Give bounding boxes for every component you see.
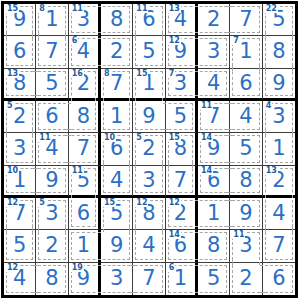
cell-r1c7[interactable]: 2 xyxy=(198,4,230,36)
cell-r9c5[interactable]: 7 xyxy=(133,263,165,295)
cage-sum-label: 11 xyxy=(71,4,84,13)
cell-r2c5[interactable]: 5 xyxy=(133,36,165,68)
cell-r2c4[interactable]: 2 xyxy=(101,36,133,68)
cage-sum-label: 13 xyxy=(265,166,278,175)
cell-digit: 7 xyxy=(174,170,187,191)
cell-digit: 1 xyxy=(174,268,187,289)
cell-r4c5[interactable]: 9 xyxy=(133,101,165,133)
cell-digit: 5 xyxy=(239,138,252,159)
cell-r2c7[interactable]: 3 xyxy=(198,36,230,68)
cell-digit: 3 xyxy=(142,170,155,191)
cell-r5c4[interactable]: 106 xyxy=(101,133,133,165)
cage-sum-label: 22 xyxy=(265,4,278,13)
cell-r7c7[interactable]: 1 xyxy=(198,198,230,230)
cell-r2c6[interactable]: 129 xyxy=(166,36,198,68)
cage-sum-label: 7 xyxy=(168,69,176,78)
cage-sum-label: 11 xyxy=(232,230,245,239)
cell-digit: 3 xyxy=(13,138,26,159)
cell-digit: 7 xyxy=(239,9,252,30)
cell-r6c5[interactable]: 3 xyxy=(133,166,165,198)
cell-digit: 4 xyxy=(77,41,90,62)
cell-digit: 2 xyxy=(142,138,155,159)
cell-digit: 7 xyxy=(77,138,90,159)
cell-r6c7[interactable]: 146 xyxy=(198,166,230,198)
cell-digit: 8 xyxy=(272,41,285,62)
cell-r3c5[interactable]: 151 xyxy=(133,69,165,101)
cage-sum-label: 4 xyxy=(265,101,273,110)
cell-r3c7[interactable]: 4 xyxy=(198,69,230,101)
cell-digit: 9 xyxy=(142,106,155,127)
cell-r3c8[interactable]: 6 xyxy=(230,69,262,101)
cell-digit: 5 xyxy=(45,73,58,94)
killer-sudoku-board: 1598111381161342722567642512937181385162… xyxy=(1,1,298,298)
cell-digit: 1 xyxy=(207,203,220,224)
cell-r7c9[interactable]: 4 xyxy=(263,198,295,230)
cell-digit: 9 xyxy=(272,73,285,94)
cell-r8c4[interactable]: 9 xyxy=(101,230,133,262)
cell-r4c3[interactable]: 8 xyxy=(69,101,101,133)
cell-r2c9[interactable]: 8 xyxy=(263,36,295,68)
cage-sum-label: 12 xyxy=(6,198,19,207)
cell-r2c8[interactable]: 71 xyxy=(230,36,262,68)
cage-sum-label: 6 xyxy=(71,36,79,45)
cage-sum-label: 15 xyxy=(168,133,181,142)
cage-sum-label: 13 xyxy=(6,69,19,78)
cell-r7c5[interactable]: 128 xyxy=(133,198,165,230)
cell-r7c8[interactable]: 9 xyxy=(230,198,262,230)
cell-r7c3[interactable]: 6 xyxy=(69,198,101,230)
cage-sum-label: 15 xyxy=(6,4,19,13)
cell-r9c2[interactable]: 8 xyxy=(36,263,68,295)
cell-r6c3[interactable]: 115 xyxy=(69,166,101,198)
cell-digit: 8 xyxy=(239,170,252,191)
cell-r8c9[interactable]: 7 xyxy=(263,230,295,262)
cell-r4c9[interactable]: 43 xyxy=(263,101,295,133)
cage-sum-label: 5 xyxy=(135,133,143,142)
cell-r3c9[interactable]: 9 xyxy=(263,69,295,101)
cell-digit: 8 xyxy=(45,268,58,289)
cell-r7c1[interactable]: 127 xyxy=(4,198,36,230)
cell-r9c3[interactable]: 199 xyxy=(69,263,101,295)
cage-sum-label: 11 xyxy=(135,4,148,13)
cell-digit: 2 xyxy=(239,268,252,289)
cell-r2c1[interactable]: 6 xyxy=(4,36,36,68)
cell-digit: 6 xyxy=(272,268,285,289)
cell-digit: 4 xyxy=(142,235,155,256)
cell-r5c7[interactable]: 149 xyxy=(198,133,230,165)
cell-digit: 1 xyxy=(45,9,58,30)
cell-r1c2[interactable]: 81 xyxy=(36,4,68,36)
cell-r2c3[interactable]: 64 xyxy=(69,36,101,68)
cell-r4c1[interactable]: 52 xyxy=(4,101,36,133)
cell-digit: 1 xyxy=(77,235,90,256)
cell-r5c5[interactable]: 52 xyxy=(133,133,165,165)
cell-r4c2[interactable]: 6 xyxy=(36,101,68,133)
cage-sum-label: 19 xyxy=(71,263,84,272)
cell-r9c4[interactable]: 3 xyxy=(101,263,133,295)
cell-r1c6[interactable]: 134 xyxy=(166,4,198,36)
cell-r6c6[interactable]: 7 xyxy=(166,166,198,198)
cell-r9c8[interactable]: 2 xyxy=(230,263,262,295)
cell-r8c8[interactable]: 113 xyxy=(230,230,262,262)
cage-sum-label: 11 xyxy=(38,133,51,142)
cell-digit: 3 xyxy=(45,203,58,224)
cell-r5c3[interactable]: 7 xyxy=(69,133,101,165)
cell-r1c8[interactable]: 7 xyxy=(230,4,262,36)
cell-digit: 3 xyxy=(110,268,123,289)
cell-r1c9[interactable]: 225 xyxy=(263,4,295,36)
cell-r6c8[interactable]: 8 xyxy=(230,166,262,198)
cell-r4c7[interactable]: 117 xyxy=(198,101,230,133)
cage-sum-label: 14 xyxy=(168,230,181,239)
cell-r5c9[interactable]: 1 xyxy=(263,133,295,165)
cell-digit: 6 xyxy=(13,41,26,62)
cage-sum-label: 6 xyxy=(168,263,176,272)
cell-digit: 8 xyxy=(77,106,90,127)
cell-r4c8[interactable]: 4 xyxy=(230,101,262,133)
cage-sum-label: 7 xyxy=(232,36,240,45)
cell-r8c2[interactable]: 2 xyxy=(36,230,68,262)
cage-sum-label: 5 xyxy=(6,101,14,110)
cell-r5c6[interactable]: 158 xyxy=(166,133,198,165)
cell-digit: 2 xyxy=(207,9,220,30)
cell-digit: 5 xyxy=(142,41,155,62)
cage-sum-label: 14 xyxy=(200,133,213,142)
cell-digit: 9 xyxy=(239,203,252,224)
cage-sum-label: 10 xyxy=(6,166,19,175)
cage-sum-label: 14 xyxy=(200,166,213,175)
cell-digit: 6 xyxy=(239,73,252,94)
cell-digit: 6 xyxy=(77,203,90,224)
cell-r4c4[interactable]: 1 xyxy=(101,101,133,133)
cell-r9c1[interactable]: 124 xyxy=(4,263,36,295)
cell-r7c4[interactable]: 155 xyxy=(101,198,133,230)
cell-r1c3[interactable]: 113 xyxy=(69,4,101,36)
cage-sum-label: 10 xyxy=(103,133,116,142)
cell-r2c2[interactable]: 7 xyxy=(36,36,68,68)
cell-r8c3[interactable]: 1 xyxy=(69,230,101,262)
cell-digit: 9 xyxy=(110,235,123,256)
cage-sum-label: 12 xyxy=(168,36,181,45)
cell-digit: 2 xyxy=(45,235,58,256)
cell-digit: 8 xyxy=(110,9,123,30)
cell-digit: 4 xyxy=(272,203,285,224)
cage-sum-label: 8 xyxy=(103,69,111,78)
cell-r7c6[interactable]: 122 xyxy=(166,198,198,230)
cage-sum-label: 13 xyxy=(168,4,181,13)
cell-digit: 3 xyxy=(207,41,220,62)
cage-sum-label: 12 xyxy=(168,198,181,207)
cell-digit: 5 xyxy=(13,235,26,256)
cell-digit: 8 xyxy=(207,235,220,256)
cell-r9c6[interactable]: 61 xyxy=(166,263,198,295)
cell-digit: 7 xyxy=(142,268,155,289)
cage-sum-label: 12 xyxy=(135,198,148,207)
cell-r7c2[interactable]: 53 xyxy=(36,198,68,230)
cell-r4c6[interactable]: 5 xyxy=(166,101,198,133)
cell-digit: 2 xyxy=(110,41,123,62)
cage-sum-label: 11 xyxy=(200,101,213,110)
cell-r5c1[interactable]: 3 xyxy=(4,133,36,165)
cage-sum-label: 15 xyxy=(103,198,116,207)
cell-r6c9[interactable]: 132 xyxy=(263,166,295,198)
cell-r3c4[interactable]: 87 xyxy=(101,69,133,101)
cell-digit: 6 xyxy=(45,106,58,127)
cell-digit: 3 xyxy=(174,73,187,94)
cell-digit: 7 xyxy=(45,41,58,62)
cell-r3c6[interactable]: 73 xyxy=(166,69,198,101)
cell-r5c8[interactable]: 5 xyxy=(230,133,262,165)
cell-digit: 5 xyxy=(207,268,220,289)
cell-digit: 1 xyxy=(272,138,285,159)
cell-r8c1[interactable]: 5 xyxy=(4,230,36,262)
cell-r9c7[interactable]: 5 xyxy=(198,263,230,295)
cage-sum-label: 15 xyxy=(135,69,148,78)
cage-sum-label: 8 xyxy=(38,4,46,13)
cell-digit: 1 xyxy=(239,41,252,62)
cell-r3c2[interactable]: 5 xyxy=(36,69,68,101)
cell-digit: 7 xyxy=(110,73,123,94)
cage-sum-label: 16 xyxy=(71,69,84,78)
cell-r8c6[interactable]: 146 xyxy=(166,230,198,262)
cage-sum-label: 11 xyxy=(71,166,84,175)
cell-r6c1[interactable]: 101 xyxy=(4,166,36,198)
cell-digit: 4 xyxy=(207,73,220,94)
cell-digit: 5 xyxy=(174,106,187,127)
cell-r3c3[interactable]: 162 xyxy=(69,69,101,101)
cell-r1c1[interactable]: 159 xyxy=(4,4,36,36)
cell-digit: 4 xyxy=(110,170,123,191)
cage-sum-label: 12 xyxy=(6,263,19,272)
cage-sum-label: 5 xyxy=(38,198,46,207)
cell-r8c5[interactable]: 4 xyxy=(133,230,165,262)
cell-digit: 9 xyxy=(45,170,58,191)
cell-digit: 4 xyxy=(239,106,252,127)
cell-r8c7[interactable]: 8 xyxy=(198,230,230,262)
cell-r3c1[interactable]: 138 xyxy=(4,69,36,101)
cell-digit: 2 xyxy=(13,106,26,127)
cell-r1c5[interactable]: 116 xyxy=(133,4,165,36)
cell-r9c9[interactable]: 6 xyxy=(263,263,295,295)
cell-r5c2[interactable]: 114 xyxy=(36,133,68,165)
cell-r1c4[interactable]: 8 xyxy=(101,4,133,36)
cell-digit: 7 xyxy=(272,235,285,256)
cell-digit: 3 xyxy=(272,106,285,127)
cell-r6c2[interactable]: 9 xyxy=(36,166,68,198)
cell-digit: 1 xyxy=(110,106,123,127)
cell-r6c4[interactable]: 4 xyxy=(101,166,133,198)
